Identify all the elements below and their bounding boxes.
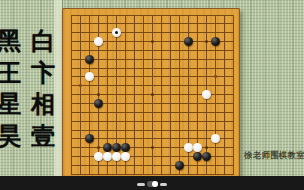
point-marker-dot	[214, 75, 217, 78]
point-marker-dot	[79, 84, 82, 87]
go-stone-white	[121, 152, 130, 161]
black-color-label: 黑	[0, 26, 22, 58]
black-player-column: 黑 王星昊	[0, 26, 22, 152]
star-point	[97, 146, 100, 149]
black-player-name: 王星昊	[0, 58, 22, 153]
go-stone-black	[121, 143, 130, 152]
go-stone-black	[85, 55, 94, 64]
grid-line-vertical	[170, 15, 171, 175]
go-stone-black	[175, 161, 184, 170]
go-stone-white	[85, 72, 94, 81]
go-stone-white	[94, 152, 103, 161]
go-stone-black	[94, 99, 103, 108]
grid-line-horizontal	[71, 174, 234, 175]
grid-line-horizontal	[71, 112, 234, 113]
go-stone-black	[85, 134, 94, 143]
toggle-knob	[152, 181, 159, 188]
go-stone-black	[112, 143, 121, 152]
go-stone-white	[211, 134, 220, 143]
go-stone-black	[193, 152, 202, 161]
grid-line-horizontal	[71, 130, 234, 131]
time-label-left	[137, 183, 145, 186]
video-control-bar[interactable]	[0, 176, 304, 190]
go-stone-white	[103, 152, 112, 161]
video-frame: 黑 王星昊 白 卞相壹 徐老师围棋教室	[0, 0, 304, 190]
go-stone-white	[193, 143, 202, 152]
board-grid	[71, 15, 234, 175]
grid-line-vertical	[233, 15, 234, 175]
star-point	[151, 146, 154, 149]
go-stone-black	[184, 37, 193, 46]
grid-line-vertical	[224, 15, 225, 175]
grid-line-horizontal	[71, 121, 234, 122]
star-point	[151, 40, 154, 43]
play-toggle[interactable]	[147, 181, 158, 188]
go-stone-white	[112, 152, 121, 161]
go-stone-white	[202, 90, 211, 99]
white-player-name: 卞相壹	[30, 58, 56, 153]
star-point	[97, 93, 100, 96]
go-stone-black	[211, 37, 220, 46]
go-stone-white	[184, 143, 193, 152]
go-stone-white	[94, 37, 103, 46]
last-move-marker	[115, 31, 118, 34]
time-label-right	[160, 183, 167, 186]
grid-line-horizontal	[71, 165, 234, 166]
star-point	[151, 93, 154, 96]
star-point	[205, 146, 208, 149]
grid-line-vertical	[179, 15, 180, 175]
white-player-column: 白 卞相壹	[30, 26, 56, 152]
go-stone-white	[112, 28, 121, 37]
star-point	[205, 40, 208, 43]
go-stone-black	[103, 143, 112, 152]
grid-line-horizontal	[71, 138, 234, 139]
grid-line-vertical	[161, 15, 162, 175]
go-stone-black	[202, 152, 211, 161]
white-color-label: 白	[30, 26, 56, 58]
go-board	[62, 8, 240, 179]
watermark-text: 徐老师围棋教室	[244, 150, 304, 162]
